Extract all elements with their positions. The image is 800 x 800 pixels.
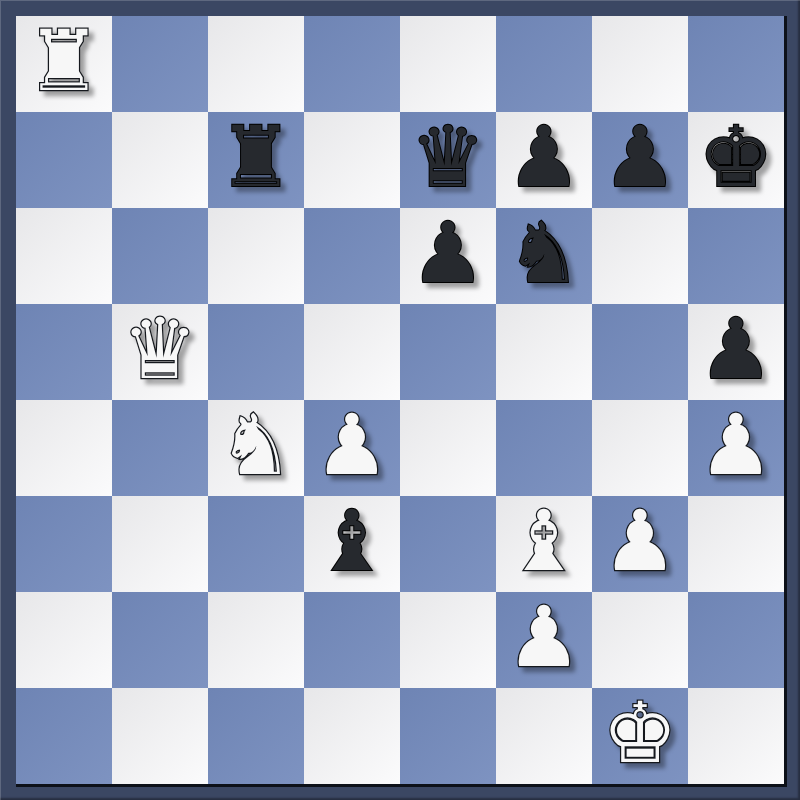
square-e7[interactable]: ♛ [400,112,496,208]
white-queen[interactable]: ♛ [122,301,197,397]
square-d5[interactable] [304,304,400,400]
white-rook[interactable]: ♜ [26,13,101,109]
square-h6[interactable] [688,208,784,304]
square-c2[interactable] [208,592,304,688]
black-bishop[interactable]: ♝ [314,493,389,589]
square-f4[interactable] [496,400,592,496]
square-d3[interactable]: ♝ [304,496,400,592]
square-a7[interactable] [16,112,112,208]
square-g1[interactable]: ♚ [592,688,688,784]
square-f6[interactable]: ♞ [496,208,592,304]
square-g3[interactable]: ♟ [592,496,688,592]
board-frame: ♜♜♛♟♟♚♟♞♛♟♞♟♟♝♝♟♟♚ [0,0,800,800]
black-pawn[interactable]: ♟ [506,109,581,205]
square-d6[interactable] [304,208,400,304]
square-d1[interactable] [304,688,400,784]
white-pawn[interactable]: ♟ [506,589,581,685]
square-a1[interactable] [16,688,112,784]
square-g2[interactable] [592,592,688,688]
square-e3[interactable] [400,496,496,592]
square-b1[interactable] [112,688,208,784]
square-a8[interactable]: ♜ [16,16,112,112]
square-a3[interactable] [16,496,112,592]
square-h1[interactable] [688,688,784,784]
black-pawn[interactable]: ♟ [410,205,485,301]
square-c7[interactable]: ♜ [208,112,304,208]
chess-board: ♜♜♛♟♟♚♟♞♛♟♞♟♟♝♝♟♟♚ [16,16,787,787]
square-b2[interactable] [112,592,208,688]
square-g5[interactable] [592,304,688,400]
white-king[interactable]: ♚ [602,685,677,781]
black-pawn[interactable]: ♟ [602,109,677,205]
square-g6[interactable] [592,208,688,304]
square-c4[interactable]: ♞ [208,400,304,496]
square-a6[interactable] [16,208,112,304]
square-a2[interactable] [16,592,112,688]
square-h8[interactable] [688,16,784,112]
square-c3[interactable] [208,496,304,592]
square-h3[interactable] [688,496,784,592]
square-b4[interactable] [112,400,208,496]
square-f5[interactable] [496,304,592,400]
black-queen[interactable]: ♛ [410,109,485,205]
black-king[interactable]: ♚ [698,109,773,205]
square-b6[interactable] [112,208,208,304]
square-f7[interactable]: ♟ [496,112,592,208]
square-b8[interactable] [112,16,208,112]
square-h7[interactable]: ♚ [688,112,784,208]
square-d4[interactable]: ♟ [304,400,400,496]
white-pawn[interactable]: ♟ [698,397,773,493]
square-f1[interactable] [496,688,592,784]
square-b5[interactable]: ♛ [112,304,208,400]
square-e5[interactable] [400,304,496,400]
square-g7[interactable]: ♟ [592,112,688,208]
square-b7[interactable] [112,112,208,208]
square-a5[interactable] [16,304,112,400]
square-e8[interactable] [400,16,496,112]
square-e6[interactable]: ♟ [400,208,496,304]
square-c8[interactable] [208,16,304,112]
white-pawn[interactable]: ♟ [314,397,389,493]
square-h2[interactable] [688,592,784,688]
square-c5[interactable] [208,304,304,400]
black-rook[interactable]: ♜ [218,109,293,205]
square-g4[interactable] [592,400,688,496]
black-pawn[interactable]: ♟ [698,301,773,397]
square-f8[interactable] [496,16,592,112]
square-d8[interactable] [304,16,400,112]
white-knight[interactable]: ♞ [218,397,293,493]
square-c6[interactable] [208,208,304,304]
square-a4[interactable] [16,400,112,496]
square-c1[interactable] [208,688,304,784]
square-b3[interactable] [112,496,208,592]
square-f3[interactable]: ♝ [496,496,592,592]
square-g8[interactable] [592,16,688,112]
white-bishop[interactable]: ♝ [506,493,581,589]
square-d7[interactable] [304,112,400,208]
square-h5[interactable]: ♟ [688,304,784,400]
square-e2[interactable] [400,592,496,688]
square-d2[interactable] [304,592,400,688]
square-e1[interactable] [400,688,496,784]
square-h4[interactable]: ♟ [688,400,784,496]
square-e4[interactable] [400,400,496,496]
square-f2[interactable]: ♟ [496,592,592,688]
white-pawn[interactable]: ♟ [602,493,677,589]
black-knight[interactable]: ♞ [506,205,581,301]
